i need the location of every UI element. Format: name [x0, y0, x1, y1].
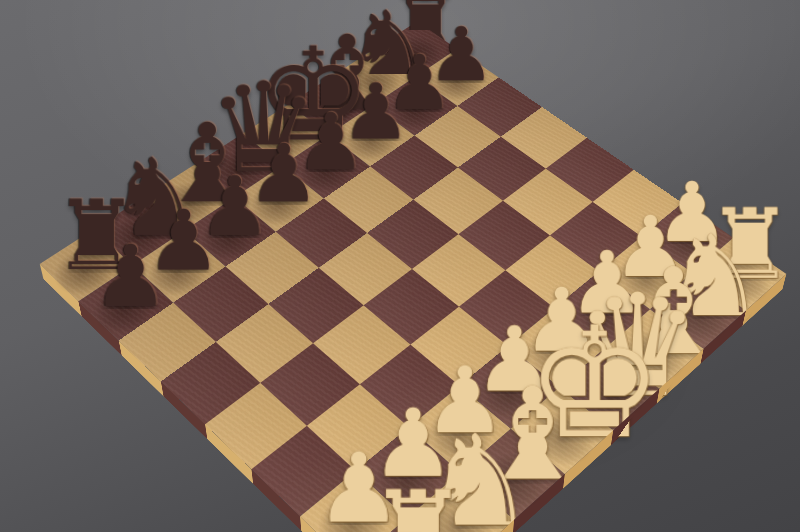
square-e4[interactable]	[412, 234, 505, 306]
chess-scene: ♜♞♝♛♚♝♞♜♟♟♟♟♟♟♟♟♟♟♟♟♟♟♟♟♜♞♝♚♛♝♞♜	[0, 0, 800, 532]
square-h4[interactable]	[546, 138, 634, 202]
square-a1[interactable]: ♜	[351, 518, 461, 532]
piece-white-rook-a1[interactable]: ♜	[367, 476, 445, 532]
